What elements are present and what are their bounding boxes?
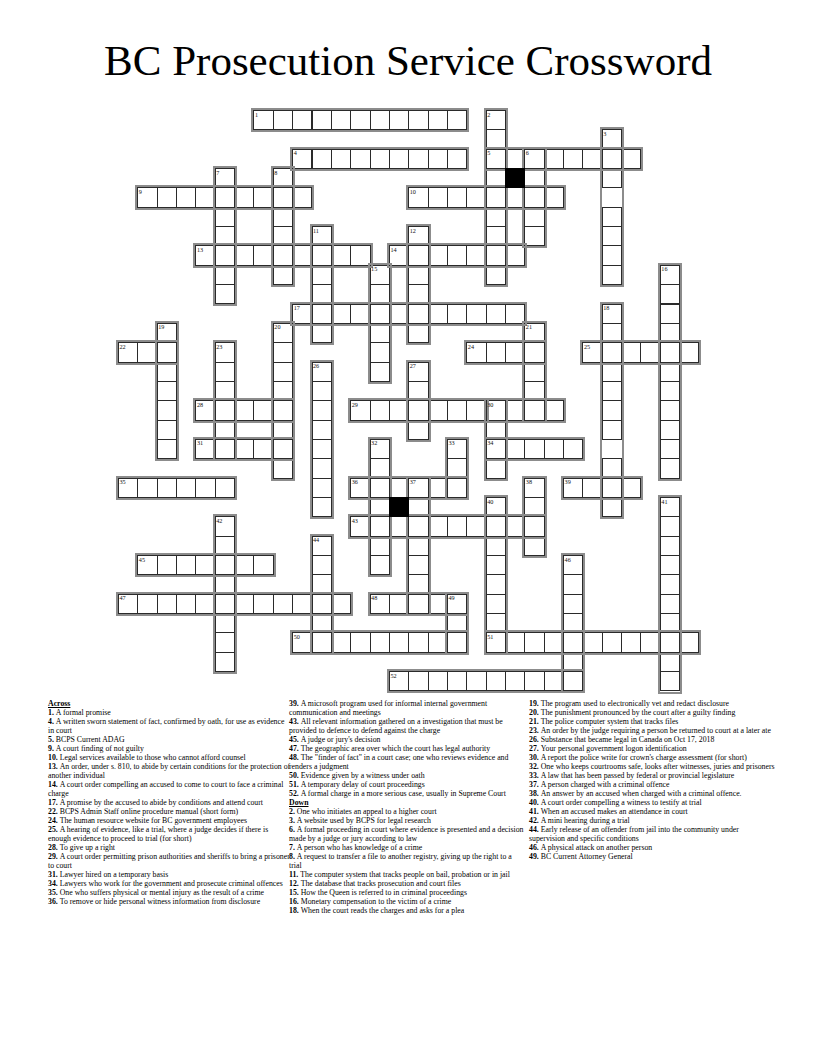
grid-cell[interactable] bbox=[640, 342, 660, 362]
grid-cell[interactable] bbox=[524, 439, 544, 459]
grid-cell[interactable] bbox=[486, 226, 506, 246]
grid-cell[interactable] bbox=[157, 323, 177, 343]
grid-cell[interactable] bbox=[195, 594, 215, 614]
grid-cell[interactable] bbox=[273, 594, 293, 614]
grid-cell[interactable] bbox=[234, 400, 254, 420]
grid-cell[interactable] bbox=[447, 439, 467, 459]
grid-cell[interactable] bbox=[563, 594, 583, 614]
grid-cell[interactable] bbox=[292, 110, 312, 130]
grid-cell[interactable] bbox=[660, 420, 680, 440]
grid-cell[interactable] bbox=[660, 652, 680, 672]
grid-cell[interactable] bbox=[621, 149, 641, 169]
grid-cell[interactable] bbox=[447, 613, 467, 633]
grid-cell[interactable] bbox=[486, 458, 506, 478]
grid-cell[interactable] bbox=[273, 381, 293, 401]
grid-cell[interactable] bbox=[524, 516, 544, 536]
grid-cell[interactable] bbox=[312, 362, 332, 382]
grid-cell[interactable] bbox=[370, 149, 390, 169]
grid-cell[interactable] bbox=[234, 555, 254, 575]
grid-cell[interactable] bbox=[524, 342, 544, 362]
grid-cell[interactable] bbox=[408, 265, 428, 285]
grid-cell[interactable] bbox=[370, 632, 390, 652]
grid-cell[interactable] bbox=[447, 478, 467, 498]
grid-cell[interactable] bbox=[195, 187, 215, 207]
grid-cell[interactable] bbox=[447, 400, 467, 420]
grid-cell[interactable] bbox=[582, 632, 602, 652]
grid-cell[interactable] bbox=[524, 381, 544, 401]
grid-cell[interactable] bbox=[350, 245, 370, 265]
grid-cell[interactable] bbox=[563, 652, 583, 672]
grid-cell[interactable] bbox=[582, 478, 602, 498]
grid-cell[interactable] bbox=[602, 342, 622, 362]
grid-cell[interactable] bbox=[273, 362, 293, 382]
grid-cell[interactable] bbox=[331, 245, 351, 265]
grid-cell[interactable] bbox=[621, 342, 641, 362]
grid-cell[interactable] bbox=[524, 478, 544, 498]
grid-cell[interactable] bbox=[602, 362, 622, 382]
grid-cell[interactable] bbox=[137, 478, 157, 498]
grid-cell[interactable] bbox=[466, 304, 486, 324]
grid-cell[interactable] bbox=[563, 671, 583, 691]
grid-cell[interactable] bbox=[370, 304, 390, 324]
grid-cell[interactable] bbox=[370, 516, 390, 536]
grid-cell[interactable] bbox=[466, 187, 486, 207]
grid-cell[interactable] bbox=[660, 497, 680, 517]
grid-cell[interactable] bbox=[408, 187, 428, 207]
grid-cell[interactable] bbox=[137, 555, 157, 575]
grid-cell[interactable] bbox=[350, 110, 370, 130]
grid-cell[interactable] bbox=[157, 362, 177, 382]
grid-cell[interactable] bbox=[602, 458, 622, 478]
grid-cell[interactable] bbox=[273, 458, 293, 478]
grid-cell[interactable] bbox=[273, 226, 293, 246]
grid-cell[interactable] bbox=[447, 149, 467, 169]
grid-cell[interactable] bbox=[312, 245, 332, 265]
grid-cell[interactable] bbox=[660, 439, 680, 459]
grid-cell[interactable] bbox=[331, 110, 351, 130]
grid-cell[interactable] bbox=[640, 632, 660, 652]
grid-cell[interactable] bbox=[524, 536, 544, 556]
grid-cell[interactable] bbox=[408, 671, 428, 691]
grid-cell[interactable] bbox=[389, 304, 409, 324]
grid-cell[interactable] bbox=[544, 187, 564, 207]
grid-cell[interactable] bbox=[428, 110, 448, 130]
grid-cell[interactable] bbox=[234, 245, 254, 265]
grid-cell[interactable] bbox=[660, 458, 680, 478]
grid-cell[interactable] bbox=[660, 342, 680, 362]
grid-cell[interactable] bbox=[370, 458, 390, 478]
grid-cell[interactable] bbox=[660, 362, 680, 382]
grid-cell[interactable] bbox=[273, 245, 293, 265]
grid-cell[interactable] bbox=[660, 516, 680, 536]
grid-cell[interactable] bbox=[447, 594, 467, 614]
grid-cell[interactable] bbox=[524, 323, 544, 343]
grid-cell[interactable] bbox=[215, 342, 235, 362]
grid-cell[interactable] bbox=[215, 613, 235, 633]
grid-cell[interactable] bbox=[408, 574, 428, 594]
grid-cell[interactable] bbox=[602, 478, 622, 498]
grid-cell[interactable] bbox=[253, 594, 273, 614]
grid-cell[interactable] bbox=[660, 284, 680, 304]
grid-cell[interactable] bbox=[602, 129, 622, 149]
grid-cell[interactable] bbox=[389, 671, 409, 691]
grid-cell[interactable] bbox=[408, 400, 428, 420]
grid-cell[interactable] bbox=[195, 439, 215, 459]
grid-cell[interactable] bbox=[312, 497, 332, 517]
grid-cell[interactable] bbox=[157, 439, 177, 459]
grid-cell[interactable] bbox=[505, 516, 525, 536]
grid-cell[interactable] bbox=[505, 632, 525, 652]
grid-cell[interactable] bbox=[486, 555, 506, 575]
grid-cell[interactable] bbox=[524, 400, 544, 420]
grid-cell[interactable] bbox=[215, 265, 235, 285]
grid-cell[interactable] bbox=[544, 439, 564, 459]
grid-cell[interactable] bbox=[292, 149, 312, 169]
grid-cell[interactable] bbox=[505, 400, 525, 420]
grid-cell[interactable] bbox=[176, 478, 196, 498]
grid-cell[interactable] bbox=[215, 284, 235, 304]
grid-cell[interactable] bbox=[524, 149, 544, 169]
grid-cell[interactable] bbox=[408, 226, 428, 246]
grid-cell[interactable] bbox=[602, 226, 622, 246]
grid-cell[interactable] bbox=[389, 149, 409, 169]
grid-cell[interactable] bbox=[370, 342, 390, 362]
grid-cell[interactable] bbox=[505, 671, 525, 691]
grid-cell[interactable] bbox=[660, 555, 680, 575]
grid-cell[interactable] bbox=[157, 420, 177, 440]
grid-cell[interactable] bbox=[215, 516, 235, 536]
grid-cell[interactable] bbox=[389, 632, 409, 652]
grid-cell[interactable] bbox=[176, 187, 196, 207]
grid-cell[interactable] bbox=[466, 516, 486, 536]
grid-cell[interactable] bbox=[215, 168, 235, 188]
grid-cell[interactable] bbox=[350, 478, 370, 498]
grid-cell[interactable] bbox=[660, 304, 680, 324]
grid-cell[interactable] bbox=[312, 439, 332, 459]
grid-cell[interactable] bbox=[370, 323, 390, 343]
grid-cell[interactable] bbox=[486, 439, 506, 459]
grid-cell[interactable] bbox=[215, 439, 235, 459]
grid-cell[interactable] bbox=[408, 632, 428, 652]
grid-cell[interactable] bbox=[195, 400, 215, 420]
grid-cell[interactable] bbox=[486, 516, 506, 536]
grid-cell[interactable] bbox=[602, 265, 622, 285]
grid-cell[interactable] bbox=[602, 323, 622, 343]
grid-cell[interactable] bbox=[253, 439, 273, 459]
grid-cell[interactable] bbox=[273, 323, 293, 343]
grid-cell[interactable] bbox=[602, 497, 622, 517]
grid-cell[interactable] bbox=[563, 555, 583, 575]
grid-cell[interactable] bbox=[408, 420, 428, 440]
grid-cell[interactable] bbox=[370, 265, 390, 285]
grid-cell[interactable] bbox=[486, 420, 506, 440]
grid-cell[interactable] bbox=[505, 245, 525, 265]
grid-cell[interactable] bbox=[370, 536, 390, 556]
grid-cell[interactable] bbox=[524, 632, 544, 652]
grid-cell[interactable] bbox=[253, 555, 273, 575]
grid-cell[interactable] bbox=[524, 497, 544, 517]
grid-cell[interactable] bbox=[486, 536, 506, 556]
grid-cell[interactable] bbox=[157, 187, 177, 207]
grid-cell[interactable] bbox=[370, 439, 390, 459]
grid-cell[interactable] bbox=[466, 671, 486, 691]
grid-cell[interactable] bbox=[312, 381, 332, 401]
grid-cell[interactable] bbox=[215, 478, 235, 498]
grid-cell[interactable] bbox=[234, 439, 254, 459]
grid-cell[interactable] bbox=[563, 613, 583, 633]
grid-cell[interactable] bbox=[408, 149, 428, 169]
grid-cell[interactable] bbox=[602, 168, 622, 188]
grid-cell[interactable] bbox=[447, 110, 467, 130]
grid-cell[interactable] bbox=[408, 284, 428, 304]
grid-cell[interactable] bbox=[215, 536, 235, 556]
grid-cell[interactable] bbox=[370, 400, 390, 420]
grid-cell[interactable] bbox=[370, 362, 390, 382]
grid-cell[interactable] bbox=[486, 129, 506, 149]
grid-cell[interactable] bbox=[544, 400, 564, 420]
grid-cell[interactable] bbox=[312, 149, 332, 169]
grid-cell[interactable] bbox=[273, 187, 293, 207]
grid-cell[interactable] bbox=[331, 149, 351, 169]
grid-cell[interactable] bbox=[544, 671, 564, 691]
grid-cell[interactable] bbox=[602, 304, 622, 324]
grid-cell[interactable] bbox=[466, 342, 486, 362]
grid-cell[interactable] bbox=[486, 207, 506, 227]
grid-cell[interactable] bbox=[215, 652, 235, 672]
grid-cell[interactable] bbox=[408, 323, 428, 343]
grid-cell[interactable] bbox=[563, 574, 583, 594]
grid-cell[interactable] bbox=[544, 632, 564, 652]
grid-cell[interactable] bbox=[486, 613, 506, 633]
grid-cell[interactable] bbox=[312, 284, 332, 304]
grid-cell[interactable] bbox=[428, 304, 448, 324]
grid-cell[interactable] bbox=[350, 149, 370, 169]
grid-cell[interactable] bbox=[602, 245, 622, 265]
grid-cell[interactable] bbox=[486, 168, 506, 188]
grid-cell[interactable] bbox=[428, 671, 448, 691]
grid-cell[interactable] bbox=[253, 400, 273, 420]
grid-cell[interactable] bbox=[408, 110, 428, 130]
grid-cell[interactable] bbox=[312, 536, 332, 556]
grid-cell[interactable] bbox=[312, 110, 332, 130]
grid-cell[interactable] bbox=[253, 187, 273, 207]
grid-cell[interactable] bbox=[370, 478, 390, 498]
grid-cell[interactable] bbox=[292, 187, 312, 207]
grid-cell[interactable] bbox=[486, 245, 506, 265]
grid-cell[interactable] bbox=[486, 632, 506, 652]
grid-cell[interactable] bbox=[660, 632, 680, 652]
grid-cell[interactable] bbox=[176, 594, 196, 614]
grid-cell[interactable] bbox=[602, 420, 622, 440]
grid-cell[interactable] bbox=[544, 149, 564, 169]
grid-cell[interactable] bbox=[563, 439, 583, 459]
grid-cell[interactable] bbox=[408, 478, 428, 498]
grid-cell[interactable] bbox=[312, 400, 332, 420]
grid-cell[interactable] bbox=[582, 149, 602, 169]
grid-cell[interactable] bbox=[447, 516, 467, 536]
grid-cell[interactable] bbox=[312, 555, 332, 575]
grid-cell[interactable] bbox=[350, 400, 370, 420]
grid-cell[interactable] bbox=[660, 536, 680, 556]
grid-cell[interactable] bbox=[660, 613, 680, 633]
grid-cell[interactable] bbox=[660, 671, 680, 691]
grid-cell[interactable] bbox=[273, 265, 293, 285]
grid-cell[interactable] bbox=[312, 420, 332, 440]
grid-cell[interactable] bbox=[312, 574, 332, 594]
grid-cell[interactable] bbox=[408, 381, 428, 401]
grid-cell[interactable] bbox=[447, 671, 467, 691]
grid-cell[interactable] bbox=[370, 555, 390, 575]
grid-cell[interactable] bbox=[273, 207, 293, 227]
grid-cell[interactable] bbox=[312, 226, 332, 246]
grid-cell[interactable] bbox=[389, 110, 409, 130]
grid-cell[interactable] bbox=[524, 168, 544, 188]
grid-cell[interactable] bbox=[486, 304, 506, 324]
grid-cell[interactable] bbox=[660, 594, 680, 614]
grid-cell[interactable] bbox=[253, 245, 273, 265]
grid-cell[interactable] bbox=[486, 400, 506, 420]
grid-cell[interactable] bbox=[660, 265, 680, 285]
grid-cell[interactable] bbox=[195, 245, 215, 265]
grid-cell[interactable] bbox=[215, 187, 235, 207]
grid-cell[interactable] bbox=[157, 400, 177, 420]
grid-cell[interactable] bbox=[408, 497, 428, 517]
grid-cell[interactable] bbox=[428, 149, 448, 169]
grid-cell[interactable] bbox=[331, 632, 351, 652]
grid-cell[interactable] bbox=[273, 342, 293, 362]
grid-cell[interactable] bbox=[312, 613, 332, 633]
grid-cell[interactable] bbox=[660, 323, 680, 343]
grid-cell[interactable] bbox=[234, 594, 254, 614]
grid-cell[interactable] bbox=[505, 304, 525, 324]
grid-cell[interactable] bbox=[215, 594, 235, 614]
grid-cell[interactable] bbox=[157, 594, 177, 614]
grid-cell[interactable] bbox=[370, 497, 390, 517]
grid-cell[interactable] bbox=[389, 516, 409, 536]
grid-cell[interactable] bbox=[215, 381, 235, 401]
grid-cell[interactable] bbox=[253, 110, 273, 130]
grid-cell[interactable] bbox=[350, 516, 370, 536]
grid-cell[interactable] bbox=[408, 516, 428, 536]
grid-cell[interactable] bbox=[195, 478, 215, 498]
grid-cell[interactable] bbox=[215, 574, 235, 594]
grid-cell[interactable] bbox=[563, 149, 583, 169]
grid-cell[interactable] bbox=[447, 458, 467, 478]
grid-cell[interactable] bbox=[408, 555, 428, 575]
grid-cell[interactable] bbox=[312, 458, 332, 478]
grid-cell[interactable] bbox=[215, 207, 235, 227]
grid-cell[interactable] bbox=[312, 304, 332, 324]
grid-cell[interactable] bbox=[428, 245, 448, 265]
grid-cell[interactable] bbox=[563, 632, 583, 652]
grid-cell[interactable] bbox=[524, 362, 544, 382]
grid-cell[interactable] bbox=[389, 478, 409, 498]
grid-cell[interactable] bbox=[215, 400, 235, 420]
grid-cell[interactable] bbox=[660, 381, 680, 401]
grid-cell[interactable] bbox=[486, 149, 506, 169]
grid-cell[interactable] bbox=[621, 478, 641, 498]
grid-cell[interactable] bbox=[273, 420, 293, 440]
grid-cell[interactable] bbox=[215, 362, 235, 382]
grid-cell[interactable] bbox=[428, 594, 448, 614]
grid-cell[interactable] bbox=[195, 555, 215, 575]
grid-cell[interactable] bbox=[679, 342, 699, 362]
grid-cell[interactable] bbox=[215, 226, 235, 246]
grid-cell[interactable] bbox=[312, 478, 332, 498]
grid-cell[interactable] bbox=[486, 497, 506, 517]
grid-cell[interactable] bbox=[350, 304, 370, 324]
grid-cell[interactable] bbox=[428, 478, 448, 498]
grid-cell[interactable] bbox=[312, 323, 332, 343]
grid-cell[interactable] bbox=[312, 594, 332, 614]
grid-cell[interactable] bbox=[408, 304, 428, 324]
grid-cell[interactable] bbox=[273, 400, 293, 420]
grid-cell[interactable] bbox=[679, 632, 699, 652]
grid-cell[interactable] bbox=[292, 304, 312, 324]
grid-cell[interactable] bbox=[582, 342, 602, 362]
grid-cell[interactable] bbox=[602, 400, 622, 420]
grid-cell[interactable] bbox=[234, 187, 254, 207]
grid-cell[interactable] bbox=[660, 574, 680, 594]
grid-cell[interactable] bbox=[408, 362, 428, 382]
grid-cell[interactable] bbox=[428, 516, 448, 536]
grid-cell[interactable] bbox=[118, 594, 138, 614]
grid-cell[interactable] bbox=[486, 187, 506, 207]
grid-cell[interactable] bbox=[137, 594, 157, 614]
grid-cell[interactable] bbox=[157, 478, 177, 498]
grid-cell[interactable] bbox=[486, 110, 506, 130]
grid-cell[interactable] bbox=[524, 187, 544, 207]
grid-cell[interactable] bbox=[428, 400, 448, 420]
grid-cell[interactable] bbox=[312, 632, 332, 652]
grid-cell[interactable] bbox=[486, 342, 506, 362]
grid-cell[interactable] bbox=[486, 574, 506, 594]
grid-cell[interactable] bbox=[273, 168, 293, 188]
grid-cell[interactable] bbox=[524, 671, 544, 691]
grid-cell[interactable] bbox=[447, 304, 467, 324]
grid-cell[interactable] bbox=[505, 149, 525, 169]
grid-cell[interactable] bbox=[524, 207, 544, 227]
grid-cell[interactable] bbox=[176, 555, 196, 575]
grid-cell[interactable] bbox=[486, 594, 506, 614]
grid-cell[interactable] bbox=[524, 226, 544, 246]
grid-cell[interactable] bbox=[389, 245, 409, 265]
grid-cell[interactable] bbox=[602, 149, 622, 169]
grid-cell[interactable] bbox=[292, 632, 312, 652]
grid-cell[interactable] bbox=[157, 342, 177, 362]
grid-cell[interactable] bbox=[157, 555, 177, 575]
grid-cell[interactable] bbox=[350, 632, 370, 652]
grid-cell[interactable] bbox=[447, 245, 467, 265]
grid-cell[interactable] bbox=[660, 400, 680, 420]
grid-cell[interactable] bbox=[370, 284, 390, 304]
grid-cell[interactable] bbox=[602, 207, 622, 227]
grid-cell[interactable] bbox=[137, 187, 157, 207]
grid-cell[interactable] bbox=[408, 245, 428, 265]
grid-cell[interactable] bbox=[118, 342, 138, 362]
grid-cell[interactable] bbox=[602, 381, 622, 401]
grid-cell[interactable] bbox=[621, 632, 641, 652]
grid-cell[interactable] bbox=[137, 342, 157, 362]
grid-cell[interactable] bbox=[408, 536, 428, 556]
grid-cell[interactable] bbox=[370, 594, 390, 614]
grid-cell[interactable] bbox=[505, 187, 525, 207]
grid-cell[interactable] bbox=[215, 420, 235, 440]
grid-cell[interactable] bbox=[602, 632, 622, 652]
grid-cell[interactable] bbox=[215, 555, 235, 575]
grid-cell[interactable] bbox=[331, 304, 351, 324]
grid-cell[interactable] bbox=[428, 632, 448, 652]
